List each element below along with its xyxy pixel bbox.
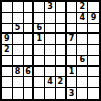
cell-r7c1-empty[interactable]	[2, 67, 13, 78]
cell-r4c4-given: 1	[34, 34, 45, 45]
cell-r6c1-empty[interactable]	[2, 56, 13, 67]
cell-r3c3-empty[interactable]	[24, 24, 35, 35]
cell-r1c8-given: 2	[77, 2, 88, 13]
cell-r4c8-empty[interactable]	[77, 34, 88, 45]
cell-r1c6-empty[interactable]	[56, 2, 67, 13]
cell-r3c2-given: 5	[13, 24, 24, 35]
cell-r9c8-empty[interactable]	[77, 88, 88, 99]
cell-r9c9-empty[interactable]	[88, 88, 99, 99]
cell-r2c1-empty[interactable]	[2, 13, 13, 24]
cell-r6c8-given: 6	[77, 56, 88, 67]
cell-r2c6-empty[interactable]	[56, 13, 67, 24]
cell-r2c4-empty[interactable]	[34, 13, 45, 24]
cell-r6c9-empty[interactable]	[88, 56, 99, 67]
cell-r5c7-empty[interactable]	[67, 45, 78, 56]
cell-r2c5-empty[interactable]	[45, 13, 56, 24]
cell-r6c4-empty[interactable]	[34, 56, 45, 67]
cell-r1c7-empty[interactable]	[67, 2, 78, 13]
cell-r2c3-empty[interactable]	[24, 13, 35, 24]
cell-r9c7-given: 3	[67, 88, 78, 99]
cell-r6c5-empty[interactable]	[45, 56, 56, 67]
cell-r7c5-empty[interactable]	[45, 67, 56, 78]
cell-r4c6-empty[interactable]	[56, 34, 67, 45]
cell-r5c1-given: 2	[2, 45, 13, 56]
cell-r3c1-empty[interactable]	[2, 24, 13, 35]
cell-r9c1-empty[interactable]	[2, 88, 13, 99]
cell-r6c3-empty[interactable]	[24, 56, 35, 67]
cell-r3c9-empty[interactable]	[88, 24, 99, 35]
cell-r3c5-empty[interactable]	[45, 24, 56, 35]
cell-r3c8-empty[interactable]	[77, 24, 88, 35]
cell-r5c6-empty[interactable]	[56, 45, 67, 56]
cell-r3c7-empty[interactable]	[67, 24, 78, 35]
cell-r3c4-given: 6	[34, 24, 45, 35]
cell-r2c7-empty[interactable]	[67, 13, 78, 24]
cell-r1c9-empty[interactable]	[88, 2, 99, 13]
cell-r5c2-empty[interactable]	[13, 45, 24, 56]
cell-r6c6-empty[interactable]	[56, 56, 67, 67]
cell-r1c3-empty[interactable]	[24, 2, 35, 13]
cell-r4c5-empty[interactable]	[45, 34, 56, 45]
cell-r7c6-empty[interactable]	[56, 67, 67, 78]
cell-r3c6-empty[interactable]	[56, 24, 67, 35]
cell-r8c1-empty[interactable]	[2, 77, 13, 88]
cell-r5c8-empty[interactable]	[77, 45, 88, 56]
cell-r8c8-empty[interactable]	[77, 77, 88, 88]
cell-r7c2-given: 8	[13, 67, 24, 78]
cell-r4c3-empty[interactable]	[24, 34, 35, 45]
cell-r8c7-empty[interactable]	[67, 77, 78, 88]
cell-r4c2-empty[interactable]	[13, 34, 24, 45]
cell-r1c4-empty[interactable]	[34, 2, 45, 13]
cell-r1c1-empty[interactable]	[2, 2, 13, 13]
cell-r6c2-empty[interactable]	[13, 56, 24, 67]
cell-r4c1-given: 9	[2, 34, 13, 45]
cell-r9c4-empty[interactable]	[34, 88, 45, 99]
cell-r5c9-empty[interactable]	[88, 45, 99, 56]
cell-r9c6-empty[interactable]	[56, 88, 67, 99]
sudoku-board: 32495691726861423	[0, 0, 101, 101]
cell-r2c2-empty[interactable]	[13, 13, 24, 24]
cell-r9c3-empty[interactable]	[24, 88, 35, 99]
cell-r8c4-empty[interactable]	[34, 77, 45, 88]
cell-r9c2-empty[interactable]	[13, 88, 24, 99]
cell-r7c7-given: 1	[67, 67, 78, 78]
cell-r2c8-given: 4	[77, 13, 88, 24]
cell-r7c8-empty[interactable]	[77, 67, 88, 78]
cell-r4c7-given: 7	[67, 34, 78, 45]
cell-r8c2-empty[interactable]	[13, 77, 24, 88]
cell-r9c5-empty[interactable]	[45, 88, 56, 99]
cell-r7c9-empty[interactable]	[88, 67, 99, 78]
cell-r1c5-given: 3	[45, 2, 56, 13]
cell-r8c5-given: 4	[45, 77, 56, 88]
cell-r8c6-given: 2	[56, 77, 67, 88]
cell-r2c9-given: 9	[88, 13, 99, 24]
cell-r1c2-empty[interactable]	[13, 2, 24, 13]
cell-r5c3-empty[interactable]	[24, 45, 35, 56]
cell-r8c9-empty[interactable]	[88, 77, 99, 88]
cell-r8c3-empty[interactable]	[24, 77, 35, 88]
cell-r7c4-empty[interactable]	[34, 67, 45, 78]
cell-r6c7-empty[interactable]	[67, 56, 78, 67]
cell-r5c4-empty[interactable]	[34, 45, 45, 56]
cell-r4c9-empty[interactable]	[88, 34, 99, 45]
cell-r5c5-empty[interactable]	[45, 45, 56, 56]
cell-r7c3-given: 6	[24, 67, 35, 78]
